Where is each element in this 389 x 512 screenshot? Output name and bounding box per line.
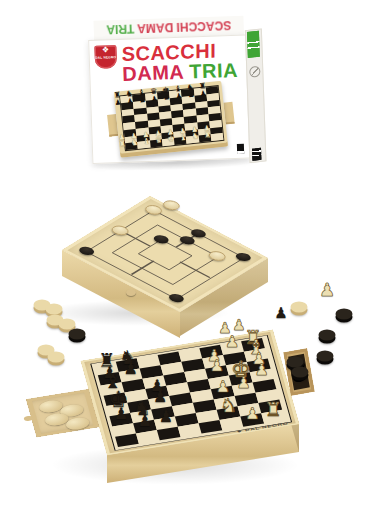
- logo-brand-text: DAL NEGRO: [95, 55, 117, 60]
- loose-piece-white-p-1: ♟: [319, 281, 335, 299]
- board-square-c1: [157, 427, 181, 441]
- mini-piece: ♟: [188, 91, 195, 100]
- box-right-side: [245, 28, 267, 163]
- board-square-d1: [178, 423, 202, 437]
- box-front-face: ❖ DAL NEGRO SCACCHI DAMA TRIA ♜♞♝♛♚♝♞♜♟♟…: [88, 35, 250, 164]
- chess-piece-white-p-h5: ♟: [255, 361, 269, 377]
- mini-piece: ♞: [131, 139, 139, 148]
- left-drawer-open: [26, 389, 99, 437]
- table-checker-black-13: [292, 367, 309, 378]
- board-square-e1: [199, 420, 223, 434]
- board-square-a1: [115, 433, 139, 447]
- mini-piece: ♝: [179, 134, 187, 143]
- mini-piece: ♞: [191, 132, 199, 141]
- box-photo-chess-set: ♜♞♝♛♚♝♞♜♟♟♟♟♟♟♟♟♟♟♟♟♟♟♟♟♜♞♝♛♚♝♞♜: [106, 78, 237, 163]
- loose-piece-black-p-2: ♟: [274, 306, 287, 321]
- table-checker-black-5: [69, 329, 86, 340]
- chess-piece-white-p-g4: ♟: [237, 375, 251, 391]
- table-checker-light-2: [46, 304, 63, 315]
- mini-piece: ♟: [175, 92, 182, 101]
- chess-piece-white-n-f2: ♞: [220, 396, 237, 415]
- table-checker-black-10: [319, 330, 336, 341]
- title-scacchi: SCACCHI: [122, 40, 238, 64]
- chess-piece-black-p-b2: ♟: [138, 412, 152, 428]
- mini-piece: ♜: [204, 131, 212, 140]
- chess-piece-black-p-a3: ♟: [114, 405, 128, 421]
- mini-piece: ♟: [139, 96, 146, 105]
- table-checker-black-9: [336, 309, 353, 320]
- mini-piece: ♚: [167, 135, 175, 144]
- chess-piece-black-p-b7: ♟: [123, 361, 137, 377]
- side-barcode-icon: [252, 148, 261, 161]
- left-drawer-knob: [23, 415, 34, 421]
- front-corner-logo: [237, 144, 244, 154]
- mini-piece: ♟: [200, 89, 207, 98]
- chess-piece-white-p-f6: ♟: [210, 358, 224, 374]
- age-warning-icon: [249, 66, 260, 78]
- box-top-mirrored-text: SCACCHI DAMA TRIA: [94, 18, 244, 37]
- mini-piece: ♟: [163, 93, 170, 102]
- dal-negro-logo: ❖ DAL NEGRO: [94, 45, 117, 69]
- chess-piece-white-p-g8: ♟: [225, 334, 239, 350]
- mini-piece: ♟: [127, 97, 134, 106]
- table-checker-light-8: [291, 302, 308, 313]
- chess-piece-white-r-h1: ♜: [265, 399, 282, 418]
- tria-disc-light-a7+: [159, 199, 182, 212]
- product-box: SCACCHI DAMA TRIA ❖ DAL NEGRO SCACCHI DA…: [81, 7, 273, 177]
- chess-piece-black-p-c4: ♟: [153, 388, 167, 404]
- mini-piece: ♝: [143, 138, 151, 147]
- mini-piece: ♜: [118, 140, 126, 149]
- table-checker-light-7: [48, 352, 65, 363]
- chess-piece-black-p-c2: ♟: [159, 409, 173, 425]
- chess-piece-white-p-g1: ♟: [245, 406, 259, 422]
- side-green-tab: [247, 31, 260, 58]
- tria-drawer-knob: [126, 289, 136, 296]
- table-checker-light-4: [59, 319, 76, 330]
- board-square-b1: [136, 430, 160, 444]
- table-checker-black-11: [317, 351, 334, 362]
- mini-piece: ♟: [114, 98, 121, 107]
- chess-piece-white-p-f4: ♟: [216, 378, 230, 394]
- mini-piece: ♛: [155, 136, 163, 145]
- product-photo: SCACCHI DAMA TRIA ❖ DAL NEGRO SCACCHI DA…: [0, 0, 389, 512]
- mini-piece: ♟: [151, 95, 158, 104]
